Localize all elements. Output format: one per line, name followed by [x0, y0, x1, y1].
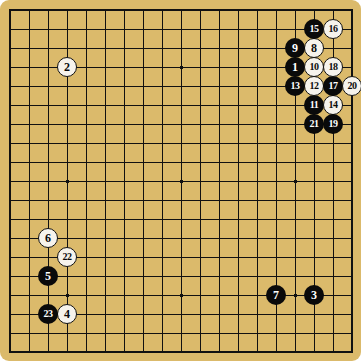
go-stone-white: 16 — [323, 19, 343, 39]
go-stone-black: 19 — [323, 114, 343, 134]
go-stone-black: 11 — [304, 95, 324, 115]
go-stone-black: 5 — [38, 266, 58, 286]
move-number: 10 — [310, 62, 319, 72]
move-number: 11 — [310, 100, 318, 110]
move-number: 19 — [329, 119, 338, 129]
move-number: 4 — [64, 308, 70, 320]
move-number: 21 — [310, 119, 319, 129]
move-number: 6 — [45, 232, 51, 244]
go-stone-black: 17 — [323, 76, 343, 96]
go-stone-black: 13 — [285, 76, 305, 96]
go-diagram-page: 1234567891011121314151617181920212223 — [0, 0, 361, 361]
move-number: 1 — [292, 61, 298, 73]
go-stone-black: 9 — [285, 38, 305, 58]
star-point — [180, 294, 183, 297]
move-number: 7 — [273, 289, 279, 301]
move-number: 23 — [44, 309, 53, 319]
go-stone-black: 7 — [266, 285, 286, 305]
move-number: 14 — [329, 100, 338, 110]
star-point — [180, 66, 183, 69]
go-stone-white: 2 — [57, 57, 77, 77]
go-stone-black: 15 — [304, 19, 324, 39]
go-stone-white: 12 — [304, 76, 324, 96]
move-number: 20 — [348, 81, 357, 91]
grid-line-vertical — [200, 10, 201, 353]
grid-line-horizontal — [10, 200, 353, 201]
move-number: 12 — [310, 81, 319, 91]
go-stone-black: 1 — [285, 57, 305, 77]
move-number: 22 — [63, 252, 72, 262]
move-number: 3 — [311, 289, 317, 301]
grid-line-horizontal — [10, 219, 353, 220]
go-stone-white: 20 — [342, 76, 361, 96]
grid-line-horizontal — [10, 333, 353, 334]
move-number: 17 — [329, 81, 338, 91]
go-stone-black: 3 — [304, 285, 324, 305]
move-number: 18 — [329, 62, 338, 72]
go-stone-white: 8 — [304, 38, 324, 58]
star-point — [294, 180, 297, 183]
grid-line-horizontal — [10, 276, 353, 277]
grid-line-vertical — [257, 10, 258, 353]
go-stone-white: 14 — [323, 95, 343, 115]
star-point — [66, 180, 69, 183]
star-point — [294, 294, 297, 297]
go-stone-white: 4 — [57, 304, 77, 324]
go-stone-black: 21 — [304, 114, 324, 134]
move-number: 16 — [329, 24, 338, 34]
move-number: 2 — [64, 61, 70, 73]
go-stone-white: 22 — [57, 247, 77, 267]
move-number: 15 — [310, 24, 319, 34]
move-number: 13 — [291, 81, 300, 91]
go-stone-black: 23 — [38, 304, 58, 324]
move-number: 9 — [292, 42, 298, 54]
move-number: 5 — [45, 270, 51, 282]
move-number: 8 — [311, 42, 317, 54]
star-point — [66, 294, 69, 297]
go-board[interactable]: 1234567891011121314151617181920212223 — [0, 0, 361, 361]
go-stone-white: 10 — [304, 57, 324, 77]
go-stone-white: 18 — [323, 57, 343, 77]
grid-line-vertical — [238, 10, 239, 353]
star-point — [180, 180, 183, 183]
grid-line-vertical — [219, 10, 220, 353]
go-stone-white: 6 — [38, 228, 58, 248]
grid-line-horizontal — [10, 238, 353, 239]
